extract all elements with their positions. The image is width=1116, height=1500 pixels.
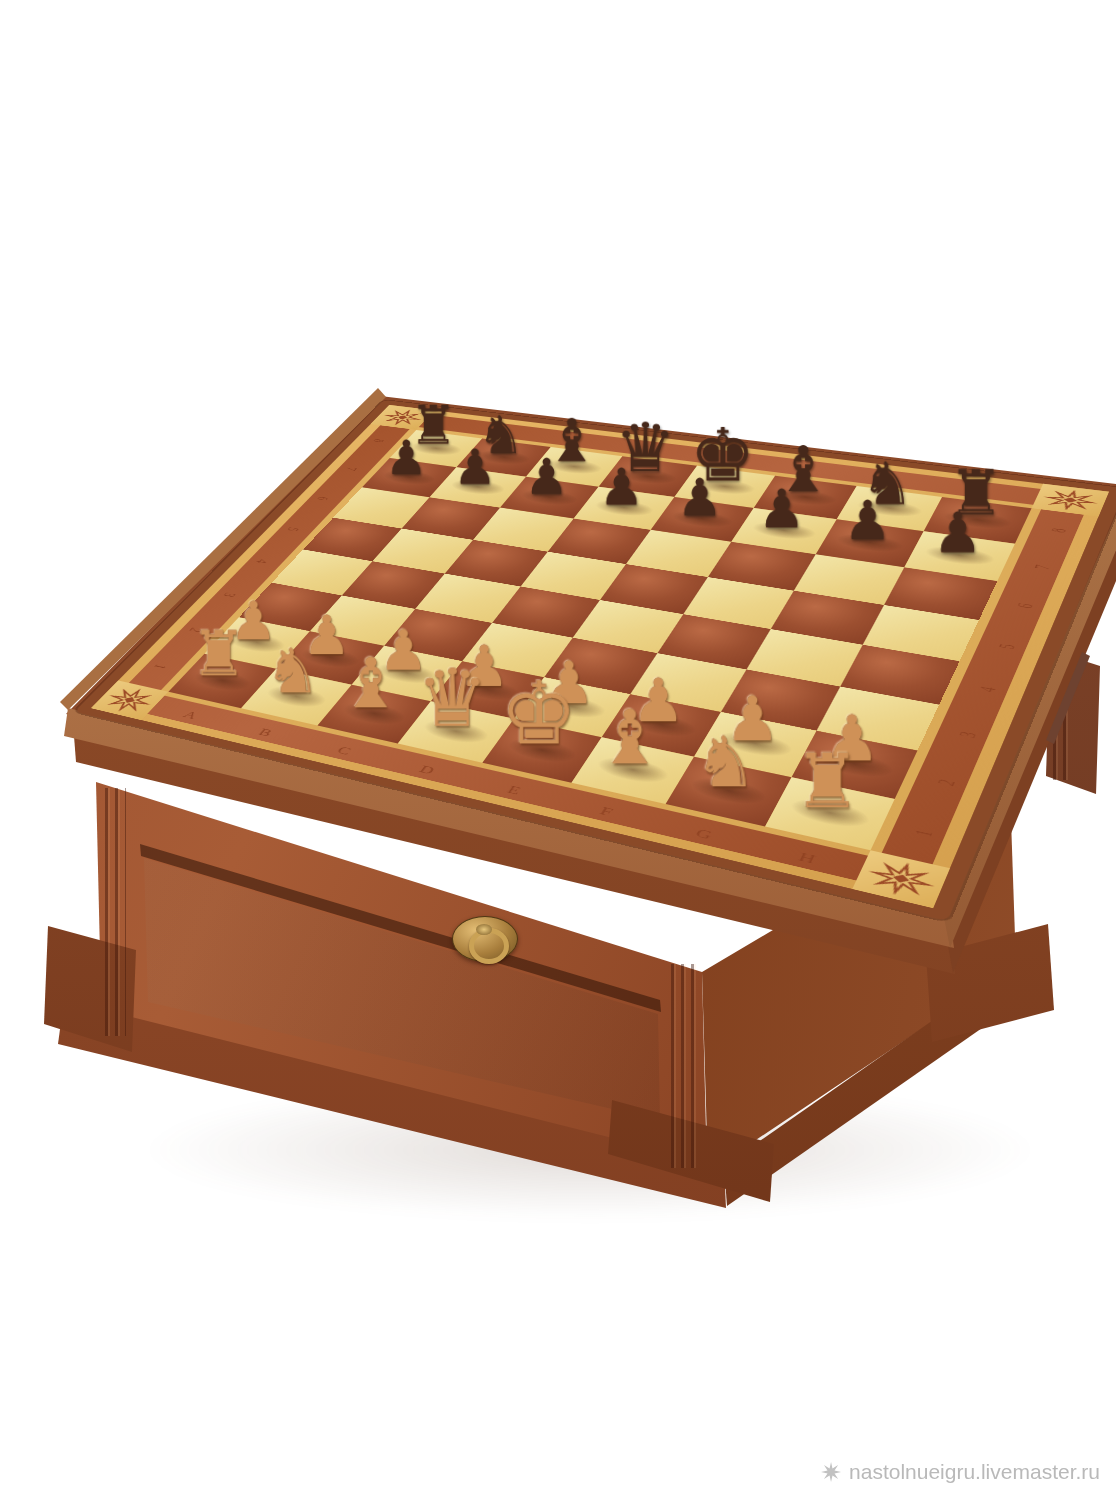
photo-canvas: ABCDEFGH 87654321 87654321 ♜♞♝♛♚♝♞♜♟♟♟♟♟… <box>0 0 1116 1500</box>
pawn-glyph: ♟ <box>435 444 516 490</box>
chessboard: ABCDEFGH 87654321 87654321 ♜♞♝♛♚♝♞♜♟♟♟♟♟… <box>74 400 1116 921</box>
watermark: nastolnueigru.livemaster.ru <box>821 1460 1100 1484</box>
pawn-glyph: ♟ <box>738 484 826 534</box>
rook-glyph: ♜ <box>773 747 881 818</box>
pawn-glyph: ♟ <box>506 453 588 500</box>
pawn-glyph: ♟ <box>912 507 1004 560</box>
board-tilt-wrapper: ABCDEFGH 87654321 87654321 ♜♞♝♛♚♝♞♜♟♟♟♟♟… <box>0 0 1116 1500</box>
pawn-glyph: ♟ <box>823 495 913 546</box>
star-inlay-inner-icon <box>877 864 926 893</box>
watermark-text: nastolnueigru.livemaster.ru <box>849 1460 1100 1484</box>
flower-star-icon <box>821 1462 841 1482</box>
knight-glyph: ♞ <box>673 729 778 796</box>
pawn-glyph: ♟ <box>580 463 664 511</box>
pawn-glyph: ♟ <box>657 473 743 522</box>
bishop-glyph: ♝ <box>579 703 681 774</box>
board-perspective-wrapper: ABCDEFGH 87654321 87654321 ♜♞♝♛♚♝♞♜♟♟♟♟♟… <box>0 0 1116 1500</box>
queen-glyph: ♛ <box>404 660 501 736</box>
king-glyph: ♚ <box>489 672 589 754</box>
